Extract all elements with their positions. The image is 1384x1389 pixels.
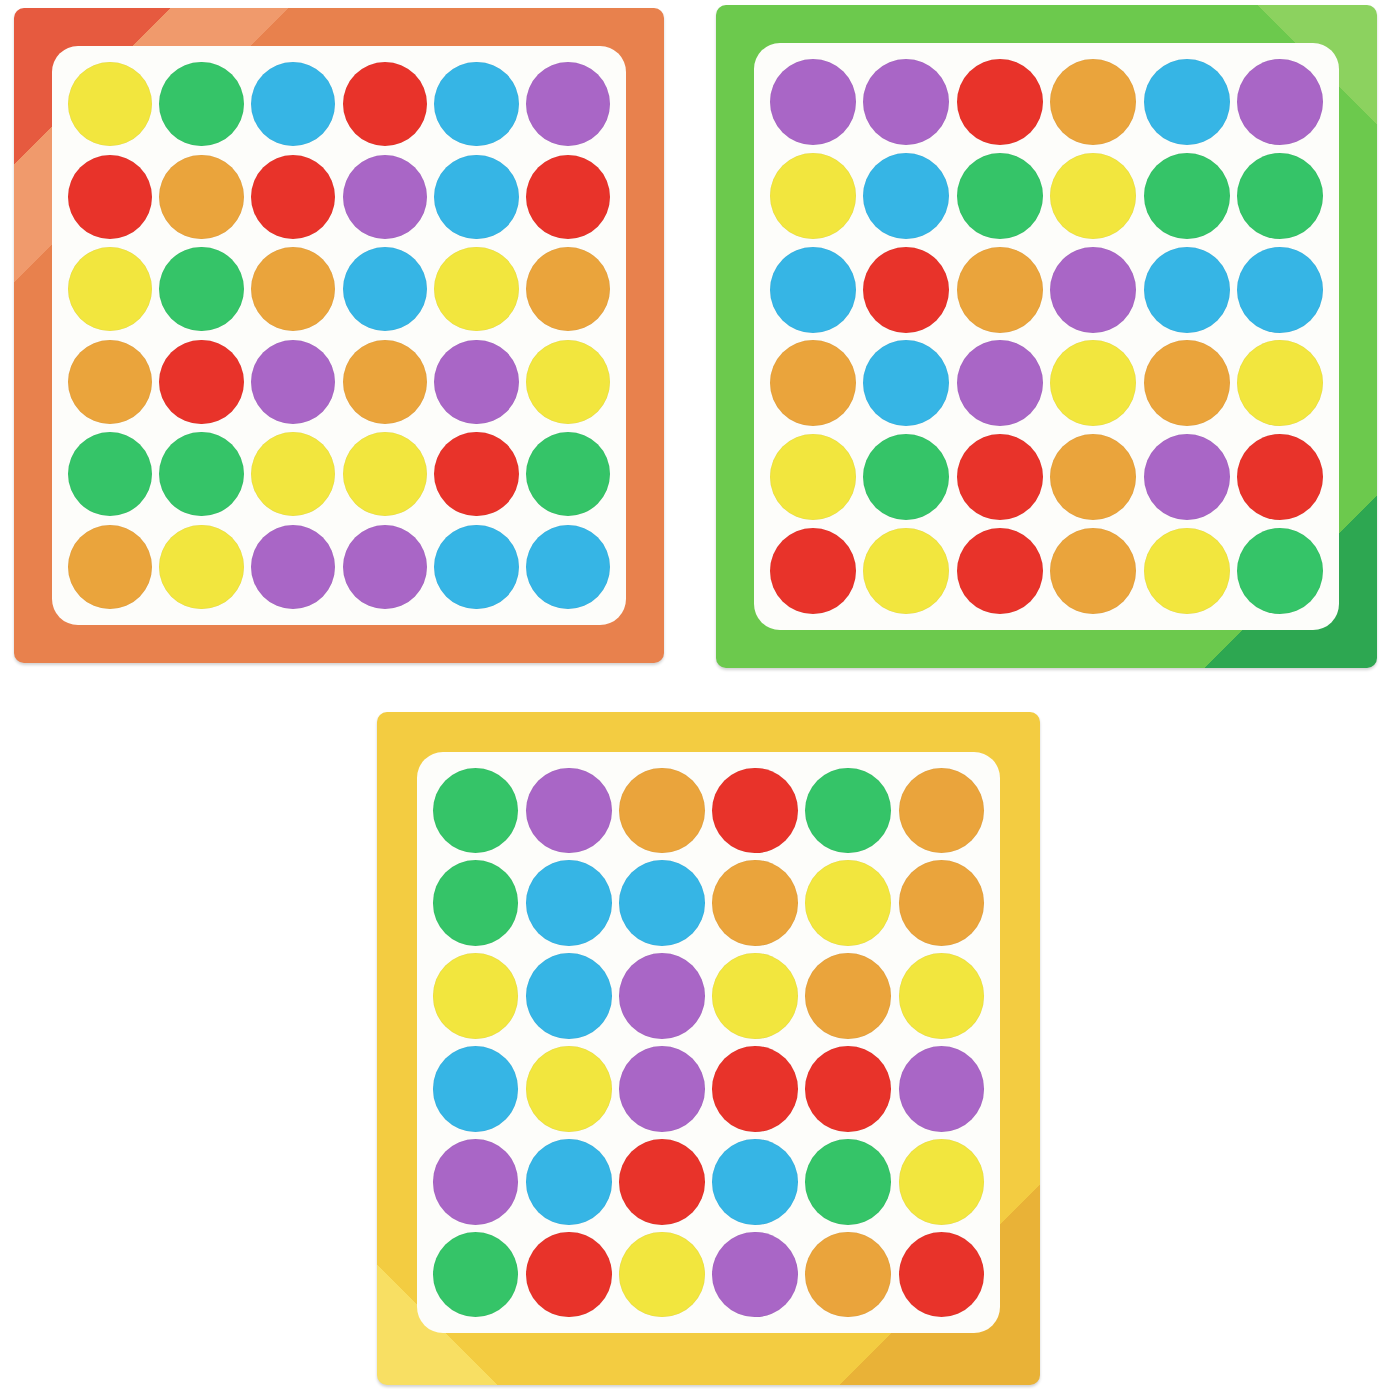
dot-orange xyxy=(1050,59,1136,145)
dot-yellow xyxy=(805,860,891,946)
dot-orange xyxy=(805,953,891,1039)
dot-yellow xyxy=(863,528,949,614)
dot-purple xyxy=(343,155,427,239)
dot-yellow xyxy=(1050,153,1136,239)
board-green-grid xyxy=(766,55,1327,618)
dot-red xyxy=(343,62,427,146)
dot-red xyxy=(434,432,518,516)
dot-red xyxy=(770,528,856,614)
dot-orange xyxy=(159,155,243,239)
dot-yellow xyxy=(159,525,243,609)
dot-blue xyxy=(251,62,335,146)
dot-blue xyxy=(619,860,705,946)
dot-orange xyxy=(805,1232,891,1318)
dot-blue xyxy=(1144,59,1230,145)
dot-orange xyxy=(1050,528,1136,614)
dot-green xyxy=(805,768,891,854)
dot-yellow xyxy=(68,247,152,331)
dot-red xyxy=(526,1232,612,1318)
dot-yellow xyxy=(770,434,856,520)
dot-purple xyxy=(1144,434,1230,520)
dot-green xyxy=(957,153,1043,239)
dot-purple xyxy=(343,525,427,609)
dot-red xyxy=(957,528,1043,614)
dot-blue xyxy=(863,153,949,239)
dot-purple xyxy=(251,340,335,424)
dot-yellow xyxy=(251,432,335,516)
dot-red xyxy=(899,1232,985,1318)
dot-orange xyxy=(1144,340,1230,426)
dot-blue xyxy=(1237,247,1323,333)
dot-red xyxy=(712,768,798,854)
dot-green xyxy=(433,768,519,854)
dot-red xyxy=(251,155,335,239)
dot-orange xyxy=(899,860,985,946)
dot-purple xyxy=(619,953,705,1039)
dot-purple xyxy=(434,340,518,424)
dot-blue xyxy=(863,340,949,426)
dot-blue xyxy=(343,247,427,331)
dot-blue xyxy=(433,1046,519,1132)
dot-orange xyxy=(770,340,856,426)
dot-green xyxy=(526,432,610,516)
dot-orange xyxy=(899,768,985,854)
dot-red xyxy=(526,155,610,239)
dot-yellow xyxy=(770,153,856,239)
dot-purple xyxy=(1050,247,1136,333)
board-orange-grid xyxy=(64,58,614,613)
board-yellow-grid xyxy=(429,764,988,1321)
dot-yellow xyxy=(899,953,985,1039)
dot-blue xyxy=(434,155,518,239)
dot-purple xyxy=(899,1046,985,1132)
dot-green xyxy=(68,432,152,516)
dot-red xyxy=(619,1139,705,1225)
dot-blue xyxy=(526,953,612,1039)
dot-red xyxy=(712,1046,798,1132)
dot-green xyxy=(805,1139,891,1225)
dot-blue xyxy=(526,1139,612,1225)
dot-purple xyxy=(619,1046,705,1132)
dot-orange xyxy=(957,247,1043,333)
dot-blue xyxy=(526,860,612,946)
dot-green xyxy=(433,1232,519,1318)
dot-purple xyxy=(1237,59,1323,145)
dot-red xyxy=(863,247,949,333)
dot-purple xyxy=(526,62,610,146)
dot-yellow xyxy=(899,1139,985,1225)
dot-orange xyxy=(68,525,152,609)
dot-orange xyxy=(68,340,152,424)
dot-blue xyxy=(434,62,518,146)
dot-orange xyxy=(343,340,427,424)
dot-green xyxy=(863,434,949,520)
dot-red xyxy=(805,1046,891,1132)
dot-yellow xyxy=(619,1232,705,1318)
dot-red xyxy=(957,59,1043,145)
dot-blue xyxy=(526,525,610,609)
dot-red xyxy=(68,155,152,239)
dot-green xyxy=(433,860,519,946)
dot-green xyxy=(159,247,243,331)
dot-green xyxy=(1237,153,1323,239)
board-green xyxy=(716,5,1377,668)
dot-blue xyxy=(1144,247,1230,333)
dot-blue xyxy=(712,1139,798,1225)
dot-yellow xyxy=(1050,340,1136,426)
dot-blue xyxy=(770,247,856,333)
dot-orange xyxy=(251,247,335,331)
dot-yellow xyxy=(343,432,427,516)
dot-purple xyxy=(251,525,335,609)
dot-green xyxy=(159,62,243,146)
board-yellow xyxy=(377,712,1040,1385)
dot-yellow xyxy=(526,340,610,424)
dot-purple xyxy=(957,340,1043,426)
dot-orange xyxy=(619,768,705,854)
dot-orange xyxy=(712,860,798,946)
dot-blue xyxy=(434,525,518,609)
dot-purple xyxy=(433,1139,519,1225)
dot-yellow xyxy=(712,953,798,1039)
dot-green xyxy=(1144,153,1230,239)
dot-yellow xyxy=(526,1046,612,1132)
dot-yellow xyxy=(434,247,518,331)
dot-yellow xyxy=(433,953,519,1039)
dot-yellow xyxy=(1237,340,1323,426)
board-orange xyxy=(14,8,664,663)
dot-purple xyxy=(712,1232,798,1318)
dot-purple xyxy=(526,768,612,854)
dot-orange xyxy=(526,247,610,331)
dot-green xyxy=(159,432,243,516)
dot-red xyxy=(159,340,243,424)
dot-green xyxy=(1237,528,1323,614)
dot-purple xyxy=(770,59,856,145)
board-green-panel xyxy=(754,43,1339,630)
dot-purple xyxy=(863,59,949,145)
board-orange-panel xyxy=(52,46,626,625)
dot-red xyxy=(1237,434,1323,520)
dot-red xyxy=(957,434,1043,520)
dot-yellow xyxy=(1144,528,1230,614)
dot-orange xyxy=(1050,434,1136,520)
board-yellow-panel xyxy=(417,752,1000,1333)
dot-yellow xyxy=(68,62,152,146)
